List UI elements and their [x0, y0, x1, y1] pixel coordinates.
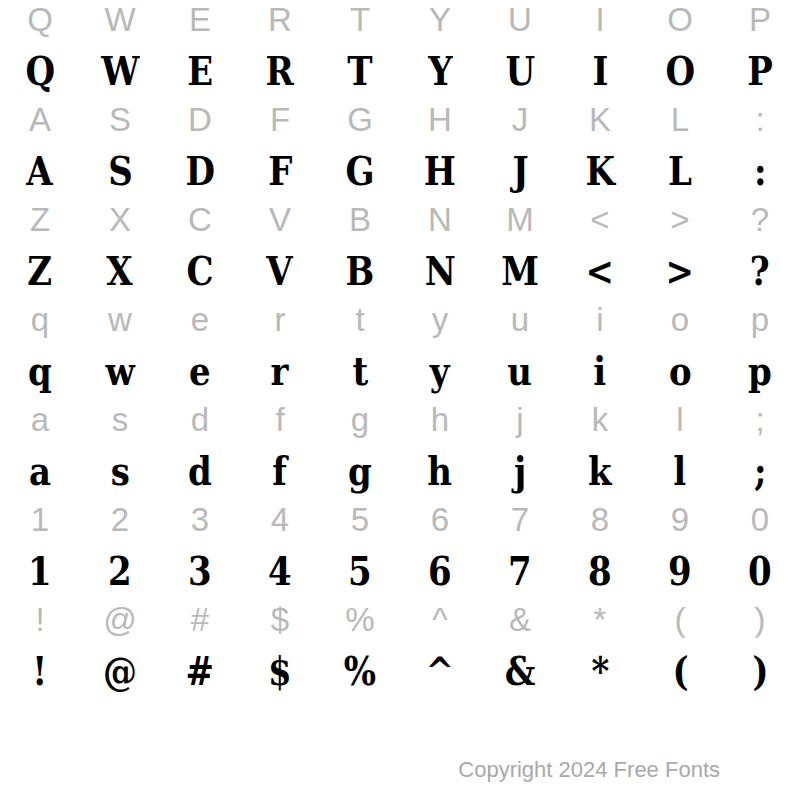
- glyph-cell: ^: [400, 595, 480, 645]
- glyph-cell: 9: [640, 495, 720, 545]
- reference-glyph: #: [191, 601, 209, 639]
- glyph-cell: 7: [480, 495, 560, 545]
- character-grid: QWERTYUIOPQWERTYUIOPASDFGHJKL:ASDFGHJKL:…: [0, 0, 800, 695]
- reference-glyph: 8: [591, 501, 609, 539]
- glyph-cell: H: [400, 95, 480, 145]
- glyph-cell: ): [720, 595, 800, 645]
- reference-glyph: :: [755, 101, 764, 139]
- glyph-cell: 8: [560, 545, 640, 595]
- glyph-cell: 6: [400, 495, 480, 545]
- glyph-cell: Q: [0, 0, 80, 45]
- glyph-cell: g: [320, 395, 400, 445]
- glyph-cell: @: [80, 595, 160, 645]
- glyph-cell: J: [480, 145, 560, 195]
- specimen-glyph: W: [101, 47, 139, 94]
- glyph-cell: ;: [720, 445, 800, 495]
- specimen-glyph: f: [273, 447, 288, 494]
- specimen-glyph: D: [185, 147, 214, 194]
- glyph-cell: &: [480, 595, 560, 645]
- glyph-cell: p: [720, 295, 800, 345]
- specimen-glyph: a: [29, 447, 51, 494]
- reference-glyph: S: [109, 101, 131, 139]
- glyph-cell: $: [240, 595, 320, 645]
- glyph-cell: #: [160, 595, 240, 645]
- glyph-cell: t: [320, 295, 400, 345]
- glyph-cell: ^: [400, 645, 480, 695]
- glyph-cell: H: [400, 145, 480, 195]
- reference-glyph: (: [675, 601, 686, 639]
- specimen-glyph: 6: [428, 547, 452, 594]
- specimen-glyph: g: [348, 447, 372, 494]
- reference-glyph: t: [355, 301, 364, 339]
- specimen-glyph: $: [268, 647, 292, 694]
- glyph-cell: q: [0, 345, 80, 395]
- specimen-glyph: e: [189, 347, 211, 394]
- reference-glyph: <: [590, 201, 609, 239]
- specimen-glyph: >: [666, 247, 694, 294]
- glyph-cell: h: [400, 445, 480, 495]
- glyph-cell: :: [720, 145, 800, 195]
- glyph-cell: 8: [560, 495, 640, 545]
- reference-glyph: T: [350, 1, 370, 39]
- specimen-glyph: <: [586, 247, 614, 294]
- reference-glyph: 9: [671, 501, 689, 539]
- glyph-cell: o: [640, 295, 720, 345]
- reference-glyph: p: [751, 301, 769, 339]
- reference-glyph: V: [269, 201, 291, 239]
- specimen-glyph: E: [187, 47, 213, 94]
- specimen-glyph: p: [748, 347, 772, 394]
- reference-glyph: 5: [351, 501, 369, 539]
- specimen-glyph: :: [754, 147, 767, 194]
- specimen-glyph: @: [103, 647, 137, 694]
- glyph-cell: q: [0, 295, 80, 345]
- specimen-glyph: C: [186, 247, 213, 294]
- glyph-cell: h: [400, 395, 480, 445]
- glyph-cell: 0: [720, 495, 800, 545]
- specimen-glyph: 9: [668, 547, 692, 594]
- specimen-glyph: P: [747, 47, 773, 94]
- glyph-cell: o: [640, 345, 720, 395]
- glyph-cell: 5: [320, 495, 400, 545]
- glyph-cell: d: [160, 395, 240, 445]
- glyph-cell: T: [320, 0, 400, 45]
- reference-glyph: i: [596, 301, 603, 339]
- specimen-glyph: u: [508, 347, 533, 394]
- glyph-cell: S: [80, 95, 160, 145]
- reference-glyph: ?: [751, 201, 769, 239]
- specimen-glyph: h: [428, 447, 453, 494]
- glyph-cell: E: [160, 0, 240, 45]
- reference-glyph: 7: [511, 501, 529, 539]
- specimen-glyph: B: [346, 247, 375, 294]
- reference-glyph: P: [749, 1, 771, 39]
- reference-glyph: &: [509, 601, 531, 639]
- reference-glyph: e: [191, 301, 209, 339]
- specimen-glyph: ^: [426, 647, 454, 694]
- glyph-cell: C: [160, 195, 240, 245]
- reference-glyph: r: [275, 301, 286, 339]
- glyph-cell: 9: [640, 545, 720, 595]
- glyph-cell: U: [480, 45, 560, 95]
- glyph-cell: 1: [0, 545, 80, 595]
- glyph-cell: 1: [0, 495, 80, 545]
- glyph-cell: M: [480, 245, 560, 295]
- reference-glyph: R: [268, 1, 292, 39]
- specimen-glyph: X: [107, 247, 133, 294]
- glyph-cell: I: [560, 45, 640, 95]
- reference-glyph: X: [109, 201, 131, 239]
- reference-glyph: C: [188, 201, 212, 239]
- glyph-cell: L: [640, 95, 720, 145]
- glyph-cell: D: [160, 145, 240, 195]
- reference-glyph: f: [275, 401, 284, 439]
- reference-glyph: K: [589, 101, 611, 139]
- specimen-glyph: 8: [588, 547, 612, 594]
- specimen-glyph: y: [430, 347, 450, 394]
- glyph-cell: F: [240, 95, 320, 145]
- glyph-cell: l: [640, 445, 720, 495]
- reference-glyph: 0: [751, 501, 769, 539]
- specimen-glyph: M: [501, 247, 539, 294]
- glyph-cell: M: [480, 195, 560, 245]
- specimen-glyph: w: [105, 347, 134, 394]
- reference-glyph: U: [508, 1, 532, 39]
- reference-glyph: k: [592, 401, 609, 439]
- reference-glyph: g: [351, 401, 369, 439]
- glyph-cell: e: [160, 295, 240, 345]
- glyph-cell: :: [720, 95, 800, 145]
- glyph-cell: (: [640, 595, 720, 645]
- glyph-cell: 7: [480, 545, 560, 595]
- reference-glyph: *: [594, 601, 607, 639]
- glyph-cell: J: [480, 95, 560, 145]
- glyph-cell: Q: [0, 45, 80, 95]
- glyph-cell: U: [480, 0, 560, 45]
- specimen-glyph: ?: [750, 247, 770, 294]
- specimen-glyph: j: [514, 447, 526, 494]
- glyph-cell: G: [320, 145, 400, 195]
- reference-glyph: 1: [31, 501, 49, 539]
- glyph-cell: w: [80, 345, 160, 395]
- reference-glyph: J: [512, 101, 529, 139]
- specimen-glyph: U: [505, 47, 535, 94]
- reference-glyph: M: [506, 201, 534, 239]
- reference-glyph: o: [671, 301, 689, 339]
- glyph-cell: (: [640, 645, 720, 695]
- reference-glyph: $: [271, 601, 289, 639]
- reference-glyph: q: [31, 301, 49, 339]
- glyph-cell: f: [240, 445, 320, 495]
- reference-glyph: 3: [191, 501, 209, 539]
- glyph-cell: Z: [0, 195, 80, 245]
- reference-glyph: E: [189, 1, 211, 39]
- specimen-glyph: 5: [348, 547, 372, 594]
- glyph-cell: Y: [400, 0, 480, 45]
- reference-glyph: l: [676, 401, 683, 439]
- glyph-cell: d: [160, 445, 240, 495]
- reference-glyph: 4: [271, 501, 289, 539]
- glyph-cell: a: [0, 445, 80, 495]
- glyph-cell: G: [320, 95, 400, 145]
- glyph-cell: O: [640, 45, 720, 95]
- specimen-glyph: H: [424, 147, 456, 194]
- specimen-glyph: V: [267, 247, 293, 294]
- glyph-cell: k: [560, 395, 640, 445]
- glyph-cell: !: [0, 595, 80, 645]
- reference-glyph: @: [103, 601, 137, 639]
- reference-glyph: d: [191, 401, 209, 439]
- glyph-cell: 2: [80, 495, 160, 545]
- specimen-glyph: i: [594, 347, 607, 394]
- glyph-cell: y: [400, 345, 480, 395]
- reference-glyph: F: [270, 101, 290, 139]
- glyph-cell: K: [560, 145, 640, 195]
- glyph-cell: E: [160, 45, 240, 95]
- specimen-glyph: (: [672, 647, 688, 694]
- glyph-cell: %: [320, 595, 400, 645]
- reference-glyph: %: [345, 601, 374, 639]
- reference-glyph: w: [108, 301, 132, 339]
- reference-glyph: a: [31, 401, 49, 439]
- glyph-cell: N: [400, 195, 480, 245]
- specimen-glyph: T: [347, 47, 372, 94]
- glyph-cell: #: [160, 645, 240, 695]
- specimen-glyph: Q: [25, 47, 55, 94]
- glyph-cell: >: [640, 195, 720, 245]
- glyph-cell: N: [400, 245, 480, 295]
- specimen-glyph: Z: [28, 247, 53, 294]
- glyph-cell: &: [480, 645, 560, 695]
- specimen-glyph: 1: [28, 547, 52, 594]
- specimen-glyph: ): [752, 647, 768, 694]
- reference-glyph: ^: [432, 601, 448, 639]
- glyph-cell: ): [720, 645, 800, 695]
- glyph-cell: s: [80, 395, 160, 445]
- glyph-cell: 4: [240, 495, 320, 545]
- glyph-cell: <: [560, 245, 640, 295]
- specimen-glyph: 7: [508, 547, 532, 594]
- glyph-cell: X: [80, 245, 160, 295]
- specimen-glyph: R: [266, 47, 294, 94]
- glyph-cell: u: [480, 345, 560, 395]
- specimen-glyph: J: [512, 147, 528, 194]
- reference-glyph: H: [428, 101, 452, 139]
- glyph-cell: R: [240, 45, 320, 95]
- glyph-cell: u: [480, 295, 560, 345]
- glyph-cell: 3: [160, 545, 240, 595]
- copyright-text: Copyright 2024 Free Fonts: [0, 757, 720, 783]
- glyph-cell: r: [240, 295, 320, 345]
- specimen-glyph: t: [352, 347, 368, 394]
- specimen-glyph: *: [591, 647, 609, 694]
- glyph-cell: ?: [720, 245, 800, 295]
- glyph-cell: 4: [240, 545, 320, 595]
- glyph-cell: A: [0, 95, 80, 145]
- reference-glyph: Z: [30, 201, 50, 239]
- specimen-glyph: F: [268, 147, 292, 194]
- glyph-cell: S: [80, 145, 160, 195]
- glyph-cell: >: [640, 245, 720, 295]
- specimen-glyph: G: [345, 147, 374, 194]
- specimen-glyph: 0: [748, 547, 772, 594]
- glyph-cell: 5: [320, 545, 400, 595]
- glyph-cell: a: [0, 395, 80, 445]
- reference-glyph: h: [431, 401, 449, 439]
- glyph-cell: g: [320, 445, 400, 495]
- glyph-cell: X: [80, 195, 160, 245]
- reference-glyph: O: [667, 1, 693, 39]
- glyph-cell: K: [560, 95, 640, 145]
- reference-glyph: W: [104, 1, 135, 39]
- reference-glyph: G: [347, 101, 373, 139]
- specimen-glyph: o: [669, 347, 692, 394]
- reference-glyph: I: [595, 1, 604, 39]
- glyph-cell: 3: [160, 495, 240, 545]
- glyph-cell: *: [560, 595, 640, 645]
- glyph-cell: Z: [0, 245, 80, 295]
- specimen-glyph: K: [585, 147, 615, 194]
- glyph-cell: l: [640, 395, 720, 445]
- reference-glyph: A: [29, 101, 51, 139]
- specimen-glyph: A: [27, 147, 53, 194]
- glyph-cell: T: [320, 45, 400, 95]
- specimen-glyph: d: [188, 447, 212, 494]
- glyph-cell: W: [80, 45, 160, 95]
- glyph-cell: j: [480, 445, 560, 495]
- glyph-cell: i: [560, 345, 640, 395]
- glyph-cell: t: [320, 345, 400, 395]
- specimen-glyph: s: [110, 447, 129, 494]
- glyph-cell: p: [720, 345, 800, 395]
- specimen-glyph: O: [665, 47, 695, 94]
- glyph-cell: 0: [720, 545, 800, 595]
- glyph-cell: P: [720, 0, 800, 45]
- glyph-cell: B: [320, 245, 400, 295]
- specimen-glyph: N: [424, 247, 455, 294]
- glyph-cell: O: [640, 0, 720, 45]
- glyph-cell: Y: [400, 45, 480, 95]
- glyph-cell: V: [240, 195, 320, 245]
- reference-glyph: N: [428, 201, 452, 239]
- reference-glyph: Q: [27, 1, 53, 39]
- specimen-glyph: &: [505, 647, 536, 694]
- specimen-glyph: I: [592, 47, 608, 94]
- glyph-cell: j: [480, 395, 560, 445]
- glyph-cell: C: [160, 245, 240, 295]
- font-specimen-page: QWERTYUIOPQWERTYUIOPASDFGHJKL:ASDFGHJKL:…: [0, 0, 800, 800]
- glyph-cell: L: [640, 145, 720, 195]
- glyph-cell: <: [560, 195, 640, 245]
- glyph-cell: !: [0, 645, 80, 695]
- glyph-cell: %: [320, 645, 400, 695]
- specimen-glyph: !: [33, 647, 48, 694]
- reference-glyph: Y: [429, 1, 451, 39]
- reference-glyph: 2: [111, 501, 129, 539]
- reference-glyph: >: [670, 201, 689, 239]
- glyph-cell: R: [240, 0, 320, 45]
- glyph-cell: P: [720, 45, 800, 95]
- glyph-cell: w: [80, 295, 160, 345]
- reference-glyph: D: [188, 101, 212, 139]
- glyph-cell: i: [560, 295, 640, 345]
- glyph-cell: r: [240, 345, 320, 395]
- glyph-cell: ?: [720, 195, 800, 245]
- glyph-cell: 6: [400, 545, 480, 595]
- specimen-glyph: S: [108, 147, 133, 194]
- specimen-glyph: ;: [754, 447, 767, 494]
- specimen-glyph: 4: [268, 547, 292, 594]
- glyph-cell: @: [80, 645, 160, 695]
- glyph-cell: *: [560, 645, 640, 695]
- specimen-glyph: L: [668, 147, 692, 194]
- glyph-cell: y: [400, 295, 480, 345]
- specimen-glyph: %: [344, 647, 376, 694]
- glyph-cell: k: [560, 445, 640, 495]
- reference-glyph: B: [349, 201, 371, 239]
- reference-glyph: j: [516, 401, 523, 439]
- reference-glyph: L: [671, 101, 689, 139]
- reference-glyph: ): [755, 601, 766, 639]
- glyph-cell: F: [240, 145, 320, 195]
- glyph-cell: s: [80, 445, 160, 495]
- glyph-cell: $: [240, 645, 320, 695]
- glyph-cell: B: [320, 195, 400, 245]
- reference-glyph: 6: [431, 501, 449, 539]
- specimen-glyph: l: [674, 447, 687, 494]
- reference-glyph: ;: [755, 401, 764, 439]
- reference-glyph: u: [511, 301, 529, 339]
- reference-glyph: y: [432, 301, 449, 339]
- glyph-cell: V: [240, 245, 320, 295]
- glyph-cell: W: [80, 0, 160, 45]
- reference-glyph: !: [35, 601, 44, 639]
- glyph-cell: A: [0, 145, 80, 195]
- glyph-cell: f: [240, 395, 320, 445]
- glyph-cell: I: [560, 0, 640, 45]
- glyph-cell: 2: [80, 545, 160, 595]
- specimen-glyph: #: [186, 647, 214, 694]
- glyph-cell: D: [160, 95, 240, 145]
- reference-glyph: s: [112, 401, 129, 439]
- specimen-glyph: q: [28, 347, 52, 394]
- glyph-cell: e: [160, 345, 240, 395]
- glyph-cell: ;: [720, 395, 800, 445]
- specimen-glyph: Y: [428, 47, 452, 94]
- specimen-glyph: r: [271, 347, 289, 394]
- specimen-glyph: 2: [108, 547, 132, 594]
- specimen-glyph: 3: [188, 547, 212, 594]
- specimen-glyph: k: [588, 447, 612, 494]
